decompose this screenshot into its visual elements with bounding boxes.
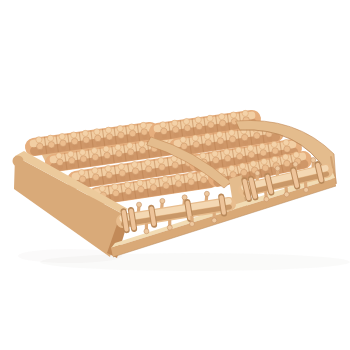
scene-holder <box>0 0 350 350</box>
massager-illustration <box>0 0 350 350</box>
product-photo-frame <box>0 0 350 350</box>
